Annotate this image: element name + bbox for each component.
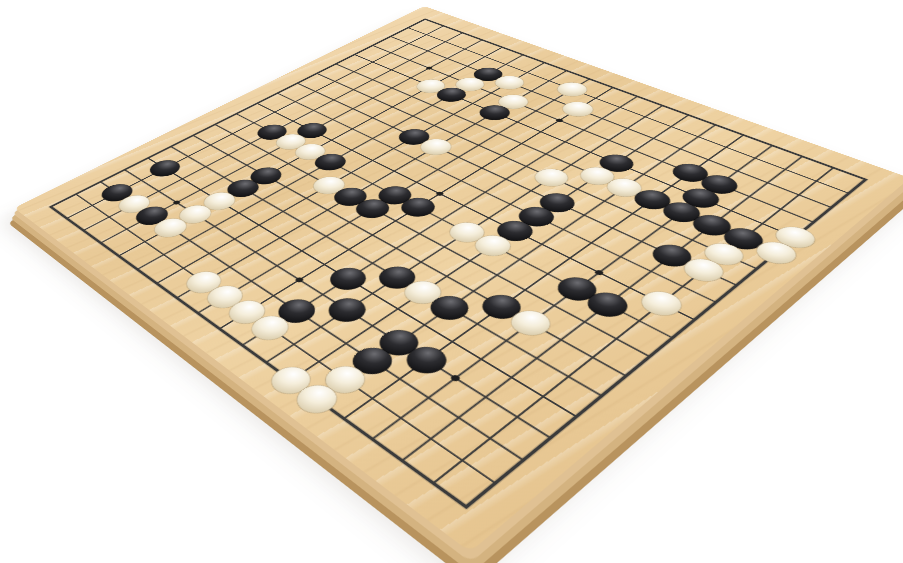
grid-line-horizontal [76,194,495,483]
white-stone[interactable] [556,99,599,120]
stones [45,27,874,533]
board-svg [14,6,903,552]
photo-background [0,0,903,563]
go-board[interactable] [14,6,903,552]
white-stone[interactable] [528,165,575,190]
white-stone[interactable] [551,80,593,100]
white-stone[interactable] [634,287,689,321]
